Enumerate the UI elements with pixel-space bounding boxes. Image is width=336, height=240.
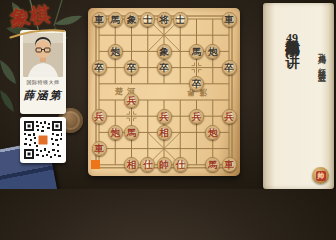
seal-badge-char: 帅: [316, 171, 326, 181]
board-grid: [88, 8, 240, 176]
logo-char-1: 象棋: [9, 3, 51, 30]
piece-black-象[interactable]: 象: [124, 12, 139, 27]
piece-red-兵[interactable]: 兵: [189, 109, 204, 124]
piece-black-卒[interactable]: 卒: [222, 60, 237, 75]
qr-code: [23, 120, 63, 160]
piece-black-将[interactable]: 将: [157, 12, 172, 27]
piece-black-炮[interactable]: 炮: [108, 44, 123, 59]
piece-black-車[interactable]: 車: [92, 12, 107, 27]
presenter-card: 国际特级大师 薛涵第: [20, 30, 66, 114]
piece-black-卒[interactable]: 卒: [92, 60, 107, 75]
piece-red-兵[interactable]: 兵: [92, 109, 107, 124]
app-logo: 象棋: [9, 1, 52, 33]
lecture-title-panel: 相炮马兵散手布局49讲 飞相局-红相三进五 帅: [263, 3, 334, 189]
piece-red-相[interactable]: 相: [157, 125, 172, 140]
presenter-photo: [23, 33, 63, 77]
lecture-subtitle: 飞相局-红相三进五: [316, 47, 326, 147]
piece-black-卒[interactable]: 卒: [157, 60, 172, 75]
piece-black-車[interactable]: 車: [222, 12, 237, 27]
piece-red-馬[interactable]: 馬: [124, 125, 139, 140]
piece-red-仕[interactable]: 仕: [173, 157, 188, 172]
piece-red-兵[interactable]: 兵: [222, 109, 237, 124]
lecture-title: 相炮马兵散手布局49讲: [282, 28, 302, 172]
piece-red-兵[interactable]: 兵: [157, 109, 172, 124]
piece-black-士[interactable]: 士: [140, 12, 155, 27]
piece-red-帥[interactable]: 帥: [157, 157, 172, 172]
presenter-title: 国际特级大师: [20, 79, 66, 85]
piece-black-象[interactable]: 象: [157, 44, 172, 59]
seal-badge: 帅: [312, 167, 329, 184]
piece-black-士[interactable]: 士: [173, 12, 188, 27]
piece-red-炮[interactable]: 炮: [108, 125, 123, 140]
xiangqi-board[interactable]: 楚河 漢界 車馬象士将士車炮象馬炮卒卒卒卒卒兵兵兵兵兵炮馬相炮車相仕帥仕馬車: [88, 8, 240, 176]
qr-code-card: [20, 117, 66, 163]
piece-red-車[interactable]: 車: [222, 157, 237, 172]
piece-black-卒[interactable]: 卒: [124, 60, 139, 75]
piece-red-兵[interactable]: 兵: [124, 93, 139, 108]
bamboo-leaves-left-edge: [0, 56, 18, 120]
piece-red-車[interactable]: 車: [92, 141, 107, 156]
piece-black-馬[interactable]: 馬: [189, 44, 204, 59]
presenter-name-signature: 薛涵第: [20, 88, 66, 103]
board-corner-marker: [91, 160, 100, 169]
piece-black-馬[interactable]: 馬: [108, 12, 123, 27]
